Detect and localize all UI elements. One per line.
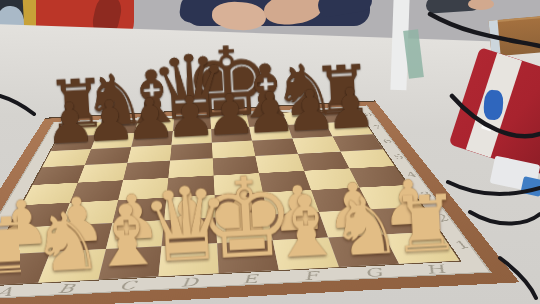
square-d1[interactable]: ♛ <box>159 243 219 276</box>
rank-label-6: 6 <box>378 138 395 145</box>
clock-stripe <box>466 53 522 158</box>
square-h1[interactable]: ♜ <box>384 232 459 264</box>
square-g1[interactable]: ♞ <box>328 234 399 266</box>
photo-of-chess-game: ♜♞♝♛♚♝♞♜♟♟♟♟♟♟♟♟♟♟♟♟♟♟♟♟♜♞♝♛♚♝♞♜ ABCDEFG… <box>0 0 540 304</box>
board-border: ♜♞♝♛♚♝♞♜♟♟♟♟♟♟♟♟♟♟♟♟♟♟♟♟♜♞♝♛♚♝♞♜ ABCDEFG… <box>0 105 492 301</box>
chessboard: ♜♞♝♛♚♝♞♜♟♟♟♟♟♟♟♟♟♟♟♟♟♟♟♟♜♞♝♛♚♝♞♜ ABCDEFG… <box>0 0 520 304</box>
file-label-b: B <box>56 282 76 296</box>
piece-white-rook-h1[interactable]: ♜ <box>389 184 462 264</box>
board-3d: ♜♞♝♛♚♝♞♜♟♟♟♟♟♟♟♟♟♟♟♟♟♟♟♟♜♞♝♛♚♝♞♜ ABCDEFG… <box>0 100 520 304</box>
board-frame: ♜♞♝♛♚♝♞♜♟♟♟♟♟♟♟♟♟♟♟♟♟♟♟♟♜♞♝♛♚♝♞♜ ABCDEFG… <box>0 100 520 304</box>
clock-logo-oval <box>483 89 504 120</box>
square-f1[interactable]: ♝ <box>273 237 339 270</box>
file-label-f: F <box>302 269 320 283</box>
file-label-g: G <box>362 266 385 280</box>
file-label-h: H <box>422 263 448 277</box>
square-b1[interactable]: ♞ <box>38 249 106 283</box>
rank-label-5: 5 <box>389 153 407 161</box>
file-label-c: C <box>118 279 136 293</box>
clock-label-mark <box>481 124 492 132</box>
file-label-a: A <box>0 285 15 299</box>
piece-white-rook-a1[interactable]: ♜ <box>0 206 44 286</box>
piece-black-pawn-h7[interactable]: ♟ <box>324 79 377 137</box>
file-label-e: E <box>241 272 258 286</box>
square-c1[interactable]: ♝ <box>98 246 161 279</box>
file-label-d: D <box>181 275 198 289</box>
chessboard-grid: ♜♞♝♛♚♝♞♜♟♟♟♟♟♟♟♟♟♟♟♟♟♟♟♟♜♞♝♛♚♝♞♜ <box>0 109 459 286</box>
